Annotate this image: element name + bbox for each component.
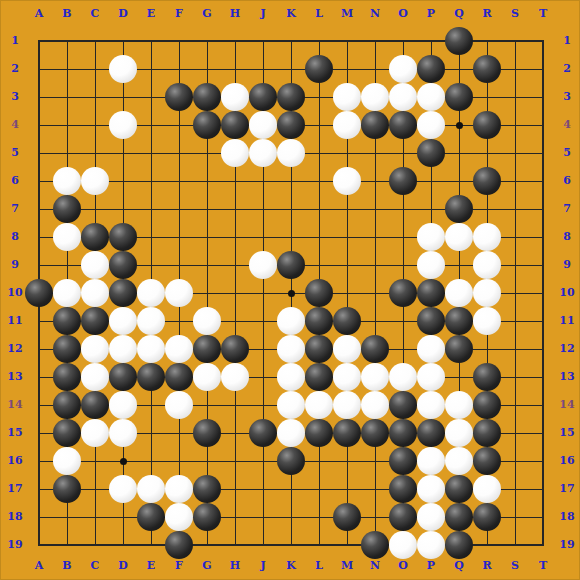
white-stone-F18[interactable] (165, 503, 193, 531)
intersection-S5[interactable] (501, 139, 529, 167)
white-stone-R10[interactable] (473, 279, 501, 307)
intersection-T3[interactable] (529, 83, 557, 111)
black-stone-R13[interactable] (473, 363, 501, 391)
intersection-A8[interactable] (25, 223, 53, 251)
bottom-coord-label[interactable]: K (279, 558, 303, 574)
intersection-B18[interactable] (53, 503, 81, 531)
white-stone-F10[interactable] (165, 279, 193, 307)
white-stone-M14[interactable] (333, 391, 361, 419)
intersection-Q2[interactable] (445, 55, 473, 83)
intersection-T1[interactable] (529, 27, 557, 55)
black-stone-K9[interactable] (277, 251, 305, 279)
black-stone-R16[interactable] (473, 447, 501, 475)
white-stone-G13[interactable] (193, 363, 221, 391)
intersection-R1[interactable] (473, 27, 501, 55)
intersection-H6[interactable] (221, 167, 249, 195)
top-coord-label[interactable]: B (55, 6, 79, 22)
black-stone-C14[interactable] (81, 391, 109, 419)
intersection-F6[interactable] (165, 167, 193, 195)
black-stone-O14[interactable] (389, 391, 417, 419)
white-stone-F14[interactable] (165, 391, 193, 419)
intersection-T17[interactable] (529, 475, 557, 503)
black-stone-Q7[interactable] (445, 195, 473, 223)
intersection-G6[interactable] (193, 167, 221, 195)
intersection-F7[interactable] (165, 195, 193, 223)
intersection-S3[interactable] (501, 83, 529, 111)
intersection-N7[interactable] (361, 195, 389, 223)
white-stone-P19[interactable] (417, 531, 445, 559)
black-stone-G4[interactable] (193, 111, 221, 139)
left-coord-label[interactable]: 11 (3, 313, 27, 329)
intersection-N2[interactable] (361, 55, 389, 83)
bottom-coord-label[interactable]: C (83, 558, 107, 574)
intersection-H14[interactable] (221, 391, 249, 419)
intersection-J1[interactable] (249, 27, 277, 55)
black-stone-F19[interactable] (165, 531, 193, 559)
intersection-A4[interactable] (25, 111, 53, 139)
intersection-A15[interactable] (25, 419, 53, 447)
left-coord-label[interactable]: 8 (3, 229, 27, 245)
black-stone-K3[interactable] (277, 83, 305, 111)
left-coord-label[interactable]: 7 (3, 201, 27, 217)
bottom-coord-label[interactable]: N (363, 558, 387, 574)
intersection-D18[interactable] (109, 503, 137, 531)
right-coord-label[interactable]: 1 (555, 33, 579, 49)
black-stone-D8[interactable] (109, 223, 137, 251)
intersection-S15[interactable] (501, 419, 529, 447)
intersection-S16[interactable] (501, 447, 529, 475)
intersection-J10[interactable] (249, 279, 277, 307)
intersection-C3[interactable] (81, 83, 109, 111)
intersection-G14[interactable] (193, 391, 221, 419)
intersection-H17[interactable] (221, 475, 249, 503)
bottom-coord-label[interactable]: G (195, 558, 219, 574)
intersection-K19[interactable] (277, 531, 305, 559)
white-stone-O3[interactable] (389, 83, 417, 111)
intersection-J8[interactable] (249, 223, 277, 251)
intersection-M19[interactable] (333, 531, 361, 559)
intersection-L1[interactable] (305, 27, 333, 55)
white-stone-H5[interactable] (221, 139, 249, 167)
intersection-D3[interactable] (109, 83, 137, 111)
intersection-C18[interactable] (81, 503, 109, 531)
right-coord-label[interactable]: 4 (555, 117, 579, 133)
black-stone-G15[interactable] (193, 419, 221, 447)
white-stone-L14[interactable] (305, 391, 333, 419)
bottom-coord-label[interactable]: S (503, 558, 527, 574)
intersection-E19[interactable] (137, 531, 165, 559)
black-stone-O15[interactable] (389, 419, 417, 447)
intersection-M1[interactable] (333, 27, 361, 55)
white-stone-D12[interactable] (109, 335, 137, 363)
white-stone-D11[interactable] (109, 307, 137, 335)
black-stone-O6[interactable] (389, 167, 417, 195)
intersection-L7[interactable] (305, 195, 333, 223)
intersection-F5[interactable] (165, 139, 193, 167)
white-stone-J5[interactable] (249, 139, 277, 167)
intersection-S6[interactable] (501, 167, 529, 195)
intersection-C2[interactable] (81, 55, 109, 83)
white-stone-C9[interactable] (81, 251, 109, 279)
black-stone-C8[interactable] (81, 223, 109, 251)
black-stone-P2[interactable] (417, 55, 445, 83)
right-coord-label[interactable]: 18 (555, 509, 579, 525)
intersection-N16[interactable] (361, 447, 389, 475)
intersection-R19[interactable] (473, 531, 501, 559)
intersection-E4[interactable] (137, 111, 165, 139)
intersection-K8[interactable] (277, 223, 305, 251)
white-stone-K13[interactable] (277, 363, 305, 391)
black-stone-M18[interactable] (333, 503, 361, 531)
white-stone-M12[interactable] (333, 335, 361, 363)
intersection-A1[interactable] (25, 27, 53, 55)
white-stone-N13[interactable] (361, 363, 389, 391)
black-stone-G3[interactable] (193, 83, 221, 111)
black-stone-B13[interactable] (53, 363, 81, 391)
intersection-J18[interactable] (249, 503, 277, 531)
black-stone-B11[interactable] (53, 307, 81, 335)
intersection-E5[interactable] (137, 139, 165, 167)
intersection-L9[interactable] (305, 251, 333, 279)
white-stone-P12[interactable] (417, 335, 445, 363)
black-stone-O17[interactable] (389, 475, 417, 503)
intersection-A3[interactable] (25, 83, 53, 111)
bottom-coord-label[interactable]: R (475, 558, 499, 574)
intersection-H19[interactable] (221, 531, 249, 559)
intersection-G7[interactable] (193, 195, 221, 223)
intersection-N5[interactable] (361, 139, 389, 167)
white-stone-Q10[interactable] (445, 279, 473, 307)
black-stone-L10[interactable] (305, 279, 333, 307)
black-stone-D13[interactable] (109, 363, 137, 391)
intersection-B5[interactable] (53, 139, 81, 167)
right-coord-label[interactable]: 13 (555, 369, 579, 385)
intersection-E8[interactable] (137, 223, 165, 251)
black-stone-O18[interactable] (389, 503, 417, 531)
white-stone-O2[interactable] (389, 55, 417, 83)
left-coord-label[interactable]: 5 (3, 145, 27, 161)
intersection-A19[interactable] (25, 531, 53, 559)
intersection-P6[interactable] (417, 167, 445, 195)
white-stone-D17[interactable] (109, 475, 137, 503)
white-stone-P16[interactable] (417, 447, 445, 475)
intersection-A13[interactable] (25, 363, 53, 391)
intersection-S1[interactable] (501, 27, 529, 55)
intersection-G2[interactable] (193, 55, 221, 83)
intersection-E7[interactable] (137, 195, 165, 223)
white-stone-C6[interactable] (81, 167, 109, 195)
black-stone-R15[interactable] (473, 419, 501, 447)
black-stone-G12[interactable] (193, 335, 221, 363)
intersection-B19[interactable] (53, 531, 81, 559)
black-stone-H12[interactable] (221, 335, 249, 363)
white-stone-R17[interactable] (473, 475, 501, 503)
intersection-T16[interactable] (529, 447, 557, 475)
intersection-A17[interactable] (25, 475, 53, 503)
white-stone-M4[interactable] (333, 111, 361, 139)
intersection-E16[interactable] (137, 447, 165, 475)
white-stone-N14[interactable] (361, 391, 389, 419)
white-stone-Q8[interactable] (445, 223, 473, 251)
black-stone-O10[interactable] (389, 279, 417, 307)
intersection-B4[interactable] (53, 111, 81, 139)
right-coord-label[interactable]: 7 (555, 201, 579, 217)
left-coord-label[interactable]: 4 (3, 117, 27, 133)
black-stone-P10[interactable] (417, 279, 445, 307)
intersection-S17[interactable] (501, 475, 529, 503)
white-stone-M13[interactable] (333, 363, 361, 391)
white-stone-G11[interactable] (193, 307, 221, 335)
intersection-C5[interactable] (81, 139, 109, 167)
black-stone-Q1[interactable] (445, 27, 473, 55)
intersection-G5[interactable] (193, 139, 221, 167)
intersection-K6[interactable] (277, 167, 305, 195)
intersection-H2[interactable] (221, 55, 249, 83)
white-stone-E17[interactable] (137, 475, 165, 503)
top-coord-label[interactable]: N (363, 6, 387, 22)
intersection-J14[interactable] (249, 391, 277, 419)
white-stone-B10[interactable] (53, 279, 81, 307)
intersection-C4[interactable] (81, 111, 109, 139)
intersection-T13[interactable] (529, 363, 557, 391)
right-coord-label[interactable]: 17 (555, 481, 579, 497)
intersection-O8[interactable] (389, 223, 417, 251)
intersection-L8[interactable] (305, 223, 333, 251)
black-stone-P15[interactable] (417, 419, 445, 447)
intersection-M5[interactable] (333, 139, 361, 167)
intersection-S14[interactable] (501, 391, 529, 419)
intersection-J13[interactable] (249, 363, 277, 391)
intersection-L3[interactable] (305, 83, 333, 111)
intersection-M16[interactable] (333, 447, 361, 475)
black-stone-R4[interactable] (473, 111, 501, 139)
white-stone-C13[interactable] (81, 363, 109, 391)
bottom-coord-label[interactable]: F (167, 558, 191, 574)
intersection-O1[interactable] (389, 27, 417, 55)
intersection-T6[interactable] (529, 167, 557, 195)
intersection-L19[interactable] (305, 531, 333, 559)
white-stone-H3[interactable] (221, 83, 249, 111)
white-stone-C12[interactable] (81, 335, 109, 363)
white-stone-P4[interactable] (417, 111, 445, 139)
right-coord-label[interactable]: 16 (555, 453, 579, 469)
white-stone-K5[interactable] (277, 139, 305, 167)
black-stone-J15[interactable] (249, 419, 277, 447)
intersection-E3[interactable] (137, 83, 165, 111)
white-stone-P17[interactable] (417, 475, 445, 503)
intersection-H18[interactable] (221, 503, 249, 531)
intersection-M10[interactable] (333, 279, 361, 307)
white-stone-P9[interactable] (417, 251, 445, 279)
bottom-coord-label[interactable]: M (335, 558, 359, 574)
intersection-Q5[interactable] (445, 139, 473, 167)
black-stone-N19[interactable] (361, 531, 389, 559)
left-coord-label[interactable]: 17 (3, 481, 27, 497)
white-stone-D15[interactable] (109, 419, 137, 447)
white-stone-R11[interactable] (473, 307, 501, 335)
intersection-A14[interactable] (25, 391, 53, 419)
intersection-T12[interactable] (529, 335, 557, 363)
intersection-L17[interactable] (305, 475, 333, 503)
intersection-C17[interactable] (81, 475, 109, 503)
intersection-H10[interactable] (221, 279, 249, 307)
black-stone-J3[interactable] (249, 83, 277, 111)
intersection-A12[interactable] (25, 335, 53, 363)
intersection-H16[interactable] (221, 447, 249, 475)
intersection-M17[interactable] (333, 475, 361, 503)
white-stone-O19[interactable] (389, 531, 417, 559)
intersection-T9[interactable] (529, 251, 557, 279)
black-stone-G18[interactable] (193, 503, 221, 531)
black-stone-D10[interactable] (109, 279, 137, 307)
black-stone-M11[interactable] (333, 307, 361, 335)
left-coord-label[interactable]: 3 (3, 89, 27, 105)
intersection-A7[interactable] (25, 195, 53, 223)
intersection-B3[interactable] (53, 83, 81, 111)
top-coord-label[interactable]: F (167, 6, 191, 22)
bottom-coord-label[interactable]: A (27, 558, 51, 574)
left-coord-label[interactable]: 1 (3, 33, 27, 49)
intersection-A6[interactable] (25, 167, 53, 195)
top-coord-label[interactable]: R (475, 6, 499, 22)
intersection-H11[interactable] (221, 307, 249, 335)
intersection-P1[interactable] (417, 27, 445, 55)
black-stone-L13[interactable] (305, 363, 333, 391)
intersection-T8[interactable] (529, 223, 557, 251)
top-coord-label[interactable]: P (419, 6, 443, 22)
black-stone-B12[interactable] (53, 335, 81, 363)
top-coord-label[interactable]: G (195, 6, 219, 22)
black-stone-L15[interactable] (305, 419, 333, 447)
black-stone-B17[interactable] (53, 475, 81, 503)
intersection-T15[interactable] (529, 419, 557, 447)
white-stone-P3[interactable] (417, 83, 445, 111)
black-stone-R6[interactable] (473, 167, 501, 195)
white-stone-H13[interactable] (221, 363, 249, 391)
right-coord-label[interactable]: 14 (555, 397, 579, 413)
intersection-C1[interactable] (81, 27, 109, 55)
white-stone-C15[interactable] (81, 419, 109, 447)
intersection-Q13[interactable] (445, 363, 473, 391)
white-stone-E11[interactable] (137, 307, 165, 335)
intersection-B9[interactable] (53, 251, 81, 279)
black-stone-Q3[interactable] (445, 83, 473, 111)
intersection-N17[interactable] (361, 475, 389, 503)
white-stone-J4[interactable] (249, 111, 277, 139)
intersection-T19[interactable] (529, 531, 557, 559)
intersection-T4[interactable] (529, 111, 557, 139)
intersection-T14[interactable] (529, 391, 557, 419)
left-coord-label[interactable]: 12 (3, 341, 27, 357)
intersection-N18[interactable] (361, 503, 389, 531)
white-stone-N3[interactable] (361, 83, 389, 111)
intersection-M2[interactable] (333, 55, 361, 83)
black-stone-Q17[interactable] (445, 475, 473, 503)
black-stone-E18[interactable] (137, 503, 165, 531)
black-stone-M15[interactable] (333, 419, 361, 447)
intersection-G1[interactable] (193, 27, 221, 55)
bottom-coord-label[interactable]: H (223, 558, 247, 574)
white-stone-K14[interactable] (277, 391, 305, 419)
white-stone-R8[interactable] (473, 223, 501, 251)
intersection-O12[interactable] (389, 335, 417, 363)
intersection-H8[interactable] (221, 223, 249, 251)
black-stone-K16[interactable] (277, 447, 305, 475)
intersection-B2[interactable] (53, 55, 81, 83)
intersection-S10[interactable] (501, 279, 529, 307)
intersection-K7[interactable] (277, 195, 305, 223)
right-coord-label[interactable]: 2 (555, 61, 579, 77)
white-stone-K11[interactable] (277, 307, 305, 335)
top-coord-label[interactable]: Q (447, 6, 471, 22)
white-stone-B8[interactable] (53, 223, 81, 251)
black-stone-D9[interactable] (109, 251, 137, 279)
intersection-O5[interactable] (389, 139, 417, 167)
left-coord-label[interactable]: 15 (3, 425, 27, 441)
top-coord-label[interactable]: C (83, 6, 107, 22)
black-stone-B7[interactable] (53, 195, 81, 223)
intersection-H15[interactable] (221, 419, 249, 447)
top-coord-label[interactable]: T (531, 6, 555, 22)
intersection-K18[interactable] (277, 503, 305, 531)
left-coord-label[interactable]: 6 (3, 173, 27, 189)
left-coord-label[interactable]: 2 (3, 61, 27, 77)
right-coord-label[interactable]: 9 (555, 257, 579, 273)
bottom-coord-label[interactable]: L (307, 558, 331, 574)
top-coord-label[interactable]: K (279, 6, 303, 22)
top-coord-label[interactable]: H (223, 6, 247, 22)
intersection-E6[interactable] (137, 167, 165, 195)
black-stone-Q19[interactable] (445, 531, 473, 559)
black-stone-P11[interactable] (417, 307, 445, 335)
intersection-N11[interactable] (361, 307, 389, 335)
white-stone-Q14[interactable] (445, 391, 473, 419)
white-stone-R9[interactable] (473, 251, 501, 279)
white-stone-K12[interactable] (277, 335, 305, 363)
left-coord-label[interactable]: 14 (3, 397, 27, 413)
white-stone-M3[interactable] (333, 83, 361, 111)
intersection-T18[interactable] (529, 503, 557, 531)
black-stone-K4[interactable] (277, 111, 305, 139)
white-stone-K15[interactable] (277, 419, 305, 447)
white-stone-P13[interactable] (417, 363, 445, 391)
black-stone-E13[interactable] (137, 363, 165, 391)
left-coord-label[interactable]: 9 (3, 257, 27, 273)
intersection-J2[interactable] (249, 55, 277, 83)
white-stone-M6[interactable] (333, 167, 361, 195)
intersection-C19[interactable] (81, 531, 109, 559)
black-stone-G17[interactable] (193, 475, 221, 503)
black-stone-B15[interactable] (53, 419, 81, 447)
intersection-S19[interactable] (501, 531, 529, 559)
intersection-L5[interactable] (305, 139, 333, 167)
intersection-A16[interactable] (25, 447, 53, 475)
white-stone-Q16[interactable] (445, 447, 473, 475)
intersection-H9[interactable] (221, 251, 249, 279)
top-coord-label[interactable]: A (27, 6, 51, 22)
right-coord-label[interactable]: 8 (555, 229, 579, 245)
intersection-O11[interactable] (389, 307, 417, 335)
intersection-T10[interactable] (529, 279, 557, 307)
intersection-G19[interactable] (193, 531, 221, 559)
intersection-G10[interactable] (193, 279, 221, 307)
intersection-R3[interactable] (473, 83, 501, 111)
black-stone-O4[interactable] (389, 111, 417, 139)
right-coord-label[interactable]: 6 (555, 173, 579, 189)
bottom-coord-label[interactable]: J (251, 558, 275, 574)
black-stone-O16[interactable] (389, 447, 417, 475)
intersection-A9[interactable] (25, 251, 53, 279)
